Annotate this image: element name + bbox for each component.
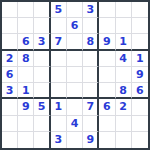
empty-cell-r7c1[interactable] xyxy=(2,99,18,115)
empty-cell-r8c2[interactable] xyxy=(18,116,34,132)
given-cell-r4c2: 8 xyxy=(18,51,34,67)
empty-cell-r9c7[interactable] xyxy=(99,132,115,148)
empty-cell-r7c5[interactable] xyxy=(67,99,83,115)
empty-cell-r2c8[interactable] xyxy=(116,18,132,34)
empty-cell-r9c2[interactable] xyxy=(18,132,34,148)
given-cell-r4c8: 4 xyxy=(116,51,132,67)
given-cell-r6c2: 1 xyxy=(18,83,34,99)
empty-cell-r9c5[interactable] xyxy=(67,132,83,148)
given-cell-r7c4: 1 xyxy=(51,99,67,115)
empty-cell-r5c6[interactable] xyxy=(83,67,99,83)
given-cell-r8c5: 4 xyxy=(67,116,83,132)
empty-cell-r6c6[interactable] xyxy=(83,83,99,99)
given-cell-r4c9: 1 xyxy=(132,51,148,67)
empty-cell-r2c9[interactable] xyxy=(132,18,148,34)
empty-cell-r5c8[interactable] xyxy=(116,67,132,83)
given-cell-r3c4: 7 xyxy=(51,34,67,50)
empty-cell-r5c7[interactable] xyxy=(99,67,115,83)
empty-cell-r5c3[interactable] xyxy=(34,67,50,83)
given-cell-r1c6: 3 xyxy=(83,2,99,18)
given-cell-r5c9: 9 xyxy=(132,67,148,83)
empty-cell-r2c4[interactable] xyxy=(51,18,67,34)
given-cell-r7c6: 7 xyxy=(83,99,99,115)
empty-cell-r1c8[interactable] xyxy=(116,2,132,18)
given-cell-r6c1: 3 xyxy=(2,83,18,99)
empty-cell-r2c2[interactable] xyxy=(18,18,34,34)
empty-cell-r4c6[interactable] xyxy=(83,51,99,67)
given-cell-r3c2: 6 xyxy=(18,34,34,50)
empty-cell-r5c2[interactable] xyxy=(18,67,34,83)
empty-cell-r6c7[interactable] xyxy=(99,83,115,99)
empty-cell-r3c9[interactable] xyxy=(132,34,148,50)
given-cell-r3c6: 8 xyxy=(83,34,99,50)
empty-cell-r2c7[interactable] xyxy=(99,18,115,34)
empty-cell-r2c3[interactable] xyxy=(34,18,50,34)
empty-cell-r7c9[interactable] xyxy=(132,99,148,115)
empty-cell-r8c3[interactable] xyxy=(34,116,50,132)
empty-cell-r1c5[interactable] xyxy=(67,2,83,18)
empty-cell-r6c3[interactable] xyxy=(34,83,50,99)
empty-cell-r1c7[interactable] xyxy=(99,2,115,18)
empty-cell-r8c4[interactable] xyxy=(51,116,67,132)
given-cell-r4c1: 2 xyxy=(2,51,18,67)
sudoku-board: 5366378912841693186951762439 xyxy=(0,0,150,150)
given-cell-r7c3: 5 xyxy=(34,99,50,115)
empty-cell-r2c6[interactable] xyxy=(83,18,99,34)
empty-cell-r8c9[interactable] xyxy=(132,116,148,132)
empty-cell-r5c5[interactable] xyxy=(67,67,83,83)
empty-cell-r6c5[interactable] xyxy=(67,83,83,99)
given-cell-r3c8: 1 xyxy=(116,34,132,50)
given-cell-r1c4: 5 xyxy=(51,2,67,18)
given-cell-r6c9: 6 xyxy=(132,83,148,99)
empty-cell-r9c9[interactable] xyxy=(132,132,148,148)
empty-cell-r8c8[interactable] xyxy=(116,116,132,132)
empty-cell-r9c1[interactable] xyxy=(2,132,18,148)
empty-cell-r8c6[interactable] xyxy=(83,116,99,132)
empty-cell-r4c4[interactable] xyxy=(51,51,67,67)
empty-cell-r1c1[interactable] xyxy=(2,2,18,18)
given-cell-r5c1: 6 xyxy=(2,67,18,83)
empty-cell-r4c5[interactable] xyxy=(67,51,83,67)
empty-cell-r8c1[interactable] xyxy=(2,116,18,132)
given-cell-r7c2: 9 xyxy=(18,99,34,115)
empty-cell-r1c3[interactable] xyxy=(34,2,50,18)
given-cell-r3c3: 3 xyxy=(34,34,50,50)
empty-cell-r9c3[interactable] xyxy=(34,132,50,148)
given-cell-r6c8: 8 xyxy=(116,83,132,99)
empty-cell-r1c2[interactable] xyxy=(18,2,34,18)
empty-cell-r3c5[interactable] xyxy=(67,34,83,50)
empty-cell-r3c1[interactable] xyxy=(2,34,18,50)
empty-cell-r2c1[interactable] xyxy=(2,18,18,34)
given-cell-r2c5: 6 xyxy=(67,18,83,34)
given-cell-r7c7: 6 xyxy=(99,99,115,115)
given-cell-r9c6: 9 xyxy=(83,132,99,148)
empty-cell-r8c7[interactable] xyxy=(99,116,115,132)
empty-cell-r5c4[interactable] xyxy=(51,67,67,83)
empty-cell-r9c8[interactable] xyxy=(116,132,132,148)
empty-cell-r4c3[interactable] xyxy=(34,51,50,67)
empty-cell-r1c9[interactable] xyxy=(132,2,148,18)
given-cell-r3c7: 9 xyxy=(99,34,115,50)
empty-cell-r4c7[interactable] xyxy=(99,51,115,67)
given-cell-r7c8: 2 xyxy=(116,99,132,115)
given-cell-r9c4: 3 xyxy=(51,132,67,148)
empty-cell-r6c4[interactable] xyxy=(51,83,67,99)
